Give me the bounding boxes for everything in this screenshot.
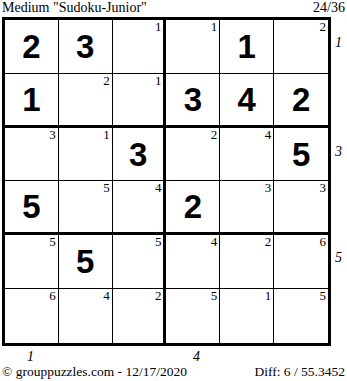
row-label-3: 3 xyxy=(335,145,342,159)
corner-mark: 2 xyxy=(155,289,162,303)
corner-mark: 1 xyxy=(155,74,162,88)
corner-mark: 5 xyxy=(49,235,56,249)
cell-r6c1[interactable]: 6 xyxy=(5,289,59,343)
corner-mark: 5 xyxy=(319,289,326,303)
cell-value: 5 xyxy=(22,190,40,223)
cell-r1c5[interactable]: 1 xyxy=(220,20,274,74)
cell-r2c3[interactable]: 1 xyxy=(113,74,167,128)
corner-mark: 5 xyxy=(211,289,218,303)
cell-r1c1[interactable]: 2 xyxy=(5,20,59,74)
corner-mark: 3 xyxy=(319,181,326,195)
corner-mark: 6 xyxy=(319,235,326,249)
cell-r6c3[interactable]: 2 xyxy=(113,289,167,343)
cell-value: 2 xyxy=(292,83,310,116)
cell-r4c2[interactable]: 5 xyxy=(59,181,113,235)
cell-r1c4[interactable]: 1 xyxy=(166,20,220,74)
cell-r4c5[interactable]: 3 xyxy=(220,181,274,235)
cell-value: 3 xyxy=(129,138,147,171)
corner-mark: 3 xyxy=(49,128,56,142)
corner-mark: 2 xyxy=(319,20,326,34)
cell-r3c5[interactable]: 4 xyxy=(220,128,274,182)
cell-r5c1[interactable]: 5 xyxy=(5,235,59,289)
cell-r5c6[interactable]: 6 xyxy=(274,235,328,289)
corner-mark: 1 xyxy=(265,289,272,303)
cell-r2c4[interactable]: 3 xyxy=(166,74,220,128)
progress-counter: 24/36 xyxy=(313,0,345,16)
cell-r6c5[interactable]: 1 xyxy=(220,289,274,343)
cell-r1c6[interactable]: 2 xyxy=(274,20,328,74)
corner-mark: 1 xyxy=(155,20,162,34)
cell-value: 5 xyxy=(292,138,310,171)
corner-mark: 6 xyxy=(49,289,56,303)
cell-r3c1[interactable]: 3 xyxy=(5,128,59,182)
cell-r1c2[interactable]: 3 xyxy=(59,20,113,74)
corner-mark: 1 xyxy=(211,20,218,34)
row-label-1: 1 xyxy=(335,36,342,50)
cell-r2c2[interactable]: 2 xyxy=(59,74,113,128)
corner-mark: 2 xyxy=(211,128,218,142)
copyright-text: © grouppuzzles.com - 12/17/2020 xyxy=(2,364,187,380)
cell-value: 5 xyxy=(76,245,94,278)
corner-mark: 2 xyxy=(265,235,272,249)
cell-r5c4[interactable]: 4 xyxy=(166,235,220,289)
difficulty-text: Diff: 6 / 55.3452 xyxy=(255,364,346,380)
cell-r4c3[interactable]: 4 xyxy=(113,181,167,235)
corner-mark: 2 xyxy=(103,74,110,88)
corner-mark: 5 xyxy=(155,235,162,249)
row-label-5: 5 xyxy=(335,251,342,265)
col-label-1: 1 xyxy=(27,350,34,364)
cell-r2c1[interactable]: 1 xyxy=(5,74,59,128)
cell-value: 1 xyxy=(22,83,40,116)
corner-mark: 4 xyxy=(103,289,110,303)
cell-r5c3[interactable]: 5 xyxy=(113,235,167,289)
corner-mark: 3 xyxy=(265,181,272,195)
cell-r2c5[interactable]: 4 xyxy=(220,74,274,128)
cell-r1c3[interactable]: 1 xyxy=(113,20,167,74)
cell-r4c1[interactable]: 5 xyxy=(5,181,59,235)
cell-r6c2[interactable]: 4 xyxy=(59,289,113,343)
cell-value: 2 xyxy=(22,30,40,63)
cell-r3c2[interactable]: 1 xyxy=(59,128,113,182)
cell-value: 2 xyxy=(184,190,202,223)
cell-value: 3 xyxy=(184,83,202,116)
cell-r2c6[interactable]: 2 xyxy=(274,74,328,128)
cell-value: 1 xyxy=(238,30,256,63)
board: 231112121342313245554233555426642515 xyxy=(2,17,331,346)
corner-mark: 4 xyxy=(265,128,272,142)
cell-r5c5[interactable]: 2 xyxy=(220,235,274,289)
cell-value: 4 xyxy=(238,83,256,116)
col-label-4: 4 xyxy=(193,350,200,364)
corner-mark: 1 xyxy=(103,128,110,142)
corner-mark: 4 xyxy=(211,235,218,249)
corner-mark: 5 xyxy=(103,181,110,195)
cell-r3c6[interactable]: 5 xyxy=(274,128,328,182)
cell-r3c4[interactable]: 2 xyxy=(166,128,220,182)
cell-r4c4[interactable]: 2 xyxy=(166,181,220,235)
corner-mark: 4 xyxy=(155,181,162,195)
puzzle-page: Medium "Sudoku-Junior" 24/36 23111212134… xyxy=(0,0,347,381)
cell-value: 3 xyxy=(76,30,94,63)
cell-r6c4[interactable]: 5 xyxy=(166,289,220,343)
cell-r4c6[interactable]: 3 xyxy=(274,181,328,235)
cell-r5c2[interactable]: 5 xyxy=(59,235,113,289)
page-title: Medium "Sudoku-Junior" xyxy=(2,0,147,16)
cell-r6c6[interactable]: 5 xyxy=(274,289,328,343)
cell-r3c3[interactable]: 3 xyxy=(113,128,167,182)
